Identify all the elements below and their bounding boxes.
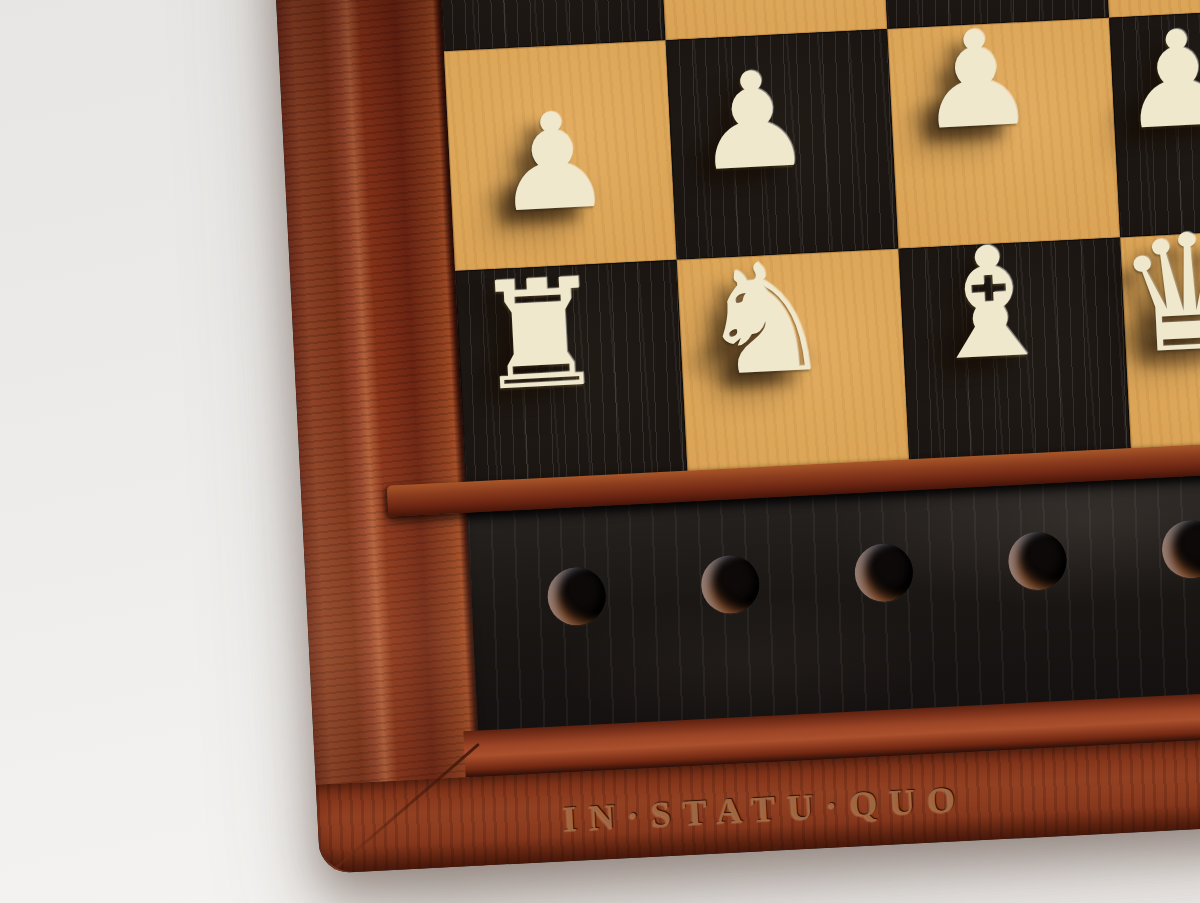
piece-white-rook-a1[interactable]: ♜ xyxy=(469,258,609,413)
frame-stamp-text: IN·STATU·QUO xyxy=(562,778,968,840)
peg-hole-5 xyxy=(1161,519,1200,580)
piece-white-queen-d1[interactable]: ♛ xyxy=(1113,210,1200,377)
peg-hole-3 xyxy=(853,542,914,603)
piece-white-knight-b1[interactable]: ♞ xyxy=(694,241,836,398)
square-a2[interactable]: ♟ xyxy=(444,40,677,271)
peg-hole-1 xyxy=(546,566,607,627)
photo-backdrop: ♟♟♟♟♜♞♝♛ IN·STATU·QUO xyxy=(0,0,1200,903)
piece-white-pawn-c2[interactable]: ♟ xyxy=(914,11,1039,149)
square-b2[interactable]: ♟ xyxy=(666,29,899,260)
piece-white-bishop-c1[interactable]: ♝ xyxy=(918,225,1062,384)
square-b1[interactable]: ♞ xyxy=(677,249,910,480)
chess-board-assembly: ♟♟♟♟♜♞♝♛ IN·STATU·QUO xyxy=(268,0,1200,874)
chess-board: ♟♟♟♟♜♞♝♛ xyxy=(433,0,1200,491)
piece-white-pawn-d2[interactable]: ♟ xyxy=(1116,10,1200,148)
square-a1[interactable]: ♜ xyxy=(455,260,688,491)
peg-hole-2 xyxy=(700,554,761,615)
square-d1[interactable]: ♛ xyxy=(1120,226,1200,457)
piece-white-pawn-a2[interactable]: ♟ xyxy=(490,93,615,231)
peg-hole-4 xyxy=(1007,531,1068,592)
piece-white-pawn-b2[interactable]: ♟ xyxy=(690,52,815,190)
